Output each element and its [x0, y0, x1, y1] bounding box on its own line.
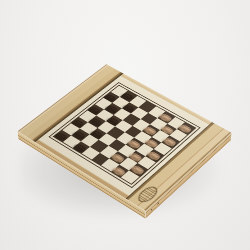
square-r7c0[interactable]: ⛂ [54, 130, 72, 142]
square-r5c4[interactable] [108, 139, 126, 152]
square-r7c7[interactable] [121, 170, 139, 183]
square-r6c2[interactable] [81, 134, 99, 146]
square-r7c1[interactable] [63, 135, 81, 147]
square-r6c4[interactable] [100, 145, 118, 158]
board-top-face: ⛂⛂⛂⛂⛂⛂⛂⛂⛂⛂⛂⛂⛂⛂⛂⛂⛂⛂⛂⛂⛂⛂⛂⛂ [18, 64, 232, 211]
perspective-scene: ⛂⛂⛂⛂⛂⛂⛂⛂⛂⛂⛂⛂⛂⛂⛂⛂⛂⛂⛂⛂⛂⛂⛂⛂ [0, 0, 250, 250]
square-r6c3[interactable] [90, 140, 108, 153]
square-r3c5[interactable] [134, 131, 152, 143]
square-r7c5[interactable] [101, 158, 119, 171]
dowel-hole [151, 208, 152, 211]
dark-piece[interactable]: ⛂ [72, 141, 90, 154]
dark-piece[interactable]: ⛂ [54, 130, 72, 142]
square-r3c6[interactable]: ⛂ [144, 137, 162, 150]
square-r6c6[interactable] [119, 157, 137, 170]
square-r6c5[interactable]: ⛂ [110, 151, 128, 164]
square-r4c5[interactable]: ⛂ [126, 138, 144, 151]
checkers-board-set: ⛂⛂⛂⛂⛂⛂⛂⛂⛂⛂⛂⛂⛂⛂⛂⛂⛂⛂⛂⛂⛂⛂⛂⛂ [18, 64, 232, 211]
square-r4c6[interactable] [136, 143, 154, 156]
dowel-hole [158, 202, 159, 205]
square-r5c6[interactable]: ⛂ [128, 150, 146, 163]
photo-backdrop: ⛂⛂⛂⛂⛂⛂⛂⛂⛂⛂⛂⛂⛂⛂⛂⛂⛂⛂⛂⛂⛂⛂⛂⛂ [0, 0, 250, 250]
light-piece[interactable]: ⛂ [129, 163, 147, 176]
square-r5c5[interactable] [118, 144, 136, 157]
square-r2c7[interactable]: ⛂ [162, 135, 180, 147]
light-piece[interactable]: ⛂ [111, 164, 129, 177]
square-r4c4[interactable] [116, 132, 134, 144]
square-r4c7[interactable]: ⛂ [146, 149, 164, 162]
square-r5c3[interactable] [99, 133, 117, 145]
light-piece[interactable]: ⛂ [162, 135, 180, 148]
square-r3c7[interactable] [154, 142, 172, 155]
square-r6c7[interactable]: ⛂ [129, 163, 147, 176]
square-r7c6[interactable]: ⛂ [111, 164, 129, 177]
light-piece[interactable]: ⛂ [128, 150, 146, 163]
square-r7c4[interactable] [91, 152, 109, 165]
square-r7c2[interactable]: ⛂ [72, 141, 90, 154]
light-piece[interactable]: ⛂ [110, 151, 128, 164]
right-rail [126, 122, 232, 211]
light-piece[interactable]: ⛂ [144, 137, 162, 150]
light-piece[interactable]: ⛂ [146, 149, 164, 162]
light-piece[interactable]: ⛂ [126, 138, 144, 151]
square-r5c7[interactable] [138, 156, 156, 169]
square-r7c3[interactable] [82, 147, 100, 160]
